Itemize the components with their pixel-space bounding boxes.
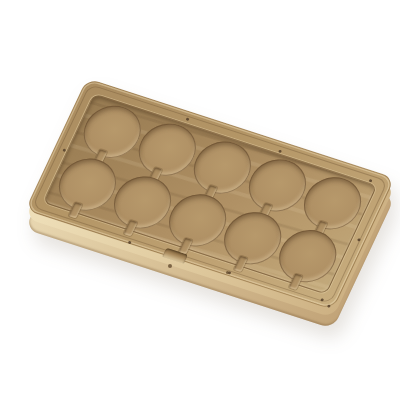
recessed-field	[43, 93, 378, 294]
screw-hole	[320, 298, 324, 302]
side-face-hole	[168, 264, 172, 268]
finger-notch	[233, 255, 247, 272]
screw-hole	[186, 117, 190, 121]
wooden-tray	[0, 0, 400, 400]
side-face-hole	[226, 271, 229, 274]
screw-hole	[357, 238, 361, 242]
finger-notch	[179, 238, 193, 255]
finger-notch	[288, 273, 302, 290]
finger-notch	[69, 202, 83, 219]
screw-hole	[128, 241, 132, 245]
photo-canvas	[0, 0, 400, 400]
pits-grid	[48, 97, 372, 292]
finger-notch	[124, 220, 138, 237]
